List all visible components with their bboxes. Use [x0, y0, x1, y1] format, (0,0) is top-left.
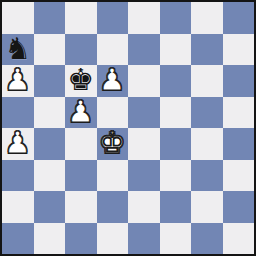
square-d2[interactable] — [97, 191, 129, 223]
square-e8[interactable] — [128, 2, 160, 34]
square-b4[interactable] — [34, 128, 66, 160]
square-d3[interactable] — [97, 160, 129, 192]
square-f1[interactable] — [160, 223, 192, 255]
piece-black-knight[interactable]: ♞ — [4, 33, 31, 65]
piece-white-king[interactable]: ♚ — [99, 127, 126, 159]
piece-white-pawn[interactable]: ♟ — [4, 127, 31, 159]
square-a7[interactable]: ♞ — [2, 34, 34, 66]
square-g2[interactable] — [191, 191, 223, 223]
square-d5[interactable] — [97, 97, 129, 129]
square-b2[interactable] — [34, 191, 66, 223]
chess-board: ♞♟♚♟♟♟♚ — [2, 2, 254, 254]
square-c7[interactable] — [65, 34, 97, 66]
piece-black-king[interactable]: ♚ — [67, 64, 94, 96]
square-g7[interactable] — [191, 34, 223, 66]
square-e7[interactable] — [128, 34, 160, 66]
square-h1[interactable] — [223, 223, 255, 255]
square-b8[interactable] — [34, 2, 66, 34]
square-h2[interactable] — [223, 191, 255, 223]
square-d4[interactable]: ♚ — [97, 128, 129, 160]
square-a6[interactable]: ♟ — [2, 65, 34, 97]
square-h5[interactable] — [223, 97, 255, 129]
square-f8[interactable] — [160, 2, 192, 34]
square-c5[interactable]: ♟ — [65, 97, 97, 129]
square-e1[interactable] — [128, 223, 160, 255]
square-d8[interactable] — [97, 2, 129, 34]
square-e5[interactable] — [128, 97, 160, 129]
square-e4[interactable] — [128, 128, 160, 160]
square-a5[interactable] — [2, 97, 34, 129]
square-f3[interactable] — [160, 160, 192, 192]
chess-board-frame: ♞♟♚♟♟♟♚ — [0, 0, 256, 256]
square-f4[interactable] — [160, 128, 192, 160]
square-h6[interactable] — [223, 65, 255, 97]
square-g1[interactable] — [191, 223, 223, 255]
square-h7[interactable] — [223, 34, 255, 66]
square-b6[interactable] — [34, 65, 66, 97]
square-c6[interactable]: ♚ — [65, 65, 97, 97]
square-g8[interactable] — [191, 2, 223, 34]
square-e2[interactable] — [128, 191, 160, 223]
square-g3[interactable] — [191, 160, 223, 192]
piece-white-pawn[interactable]: ♟ — [67, 96, 94, 128]
square-a4[interactable]: ♟ — [2, 128, 34, 160]
square-h3[interactable] — [223, 160, 255, 192]
square-g5[interactable] — [191, 97, 223, 129]
square-d1[interactable] — [97, 223, 129, 255]
square-e3[interactable] — [128, 160, 160, 192]
square-a3[interactable] — [2, 160, 34, 192]
piece-white-pawn[interactable]: ♟ — [99, 64, 126, 96]
square-a1[interactable] — [2, 223, 34, 255]
square-g4[interactable] — [191, 128, 223, 160]
square-c4[interactable] — [65, 128, 97, 160]
square-b5[interactable] — [34, 97, 66, 129]
square-c3[interactable] — [65, 160, 97, 192]
square-b7[interactable] — [34, 34, 66, 66]
square-f7[interactable] — [160, 34, 192, 66]
square-a8[interactable] — [2, 2, 34, 34]
square-f2[interactable] — [160, 191, 192, 223]
square-c2[interactable] — [65, 191, 97, 223]
square-c1[interactable] — [65, 223, 97, 255]
square-h8[interactable] — [223, 2, 255, 34]
square-f5[interactable] — [160, 97, 192, 129]
square-b1[interactable] — [34, 223, 66, 255]
square-b3[interactable] — [34, 160, 66, 192]
square-d7[interactable] — [97, 34, 129, 66]
square-c8[interactable] — [65, 2, 97, 34]
square-f6[interactable] — [160, 65, 192, 97]
square-h4[interactable] — [223, 128, 255, 160]
square-e6[interactable] — [128, 65, 160, 97]
piece-white-pawn[interactable]: ♟ — [4, 64, 31, 96]
square-d6[interactable]: ♟ — [97, 65, 129, 97]
square-a2[interactable] — [2, 191, 34, 223]
square-g6[interactable] — [191, 65, 223, 97]
